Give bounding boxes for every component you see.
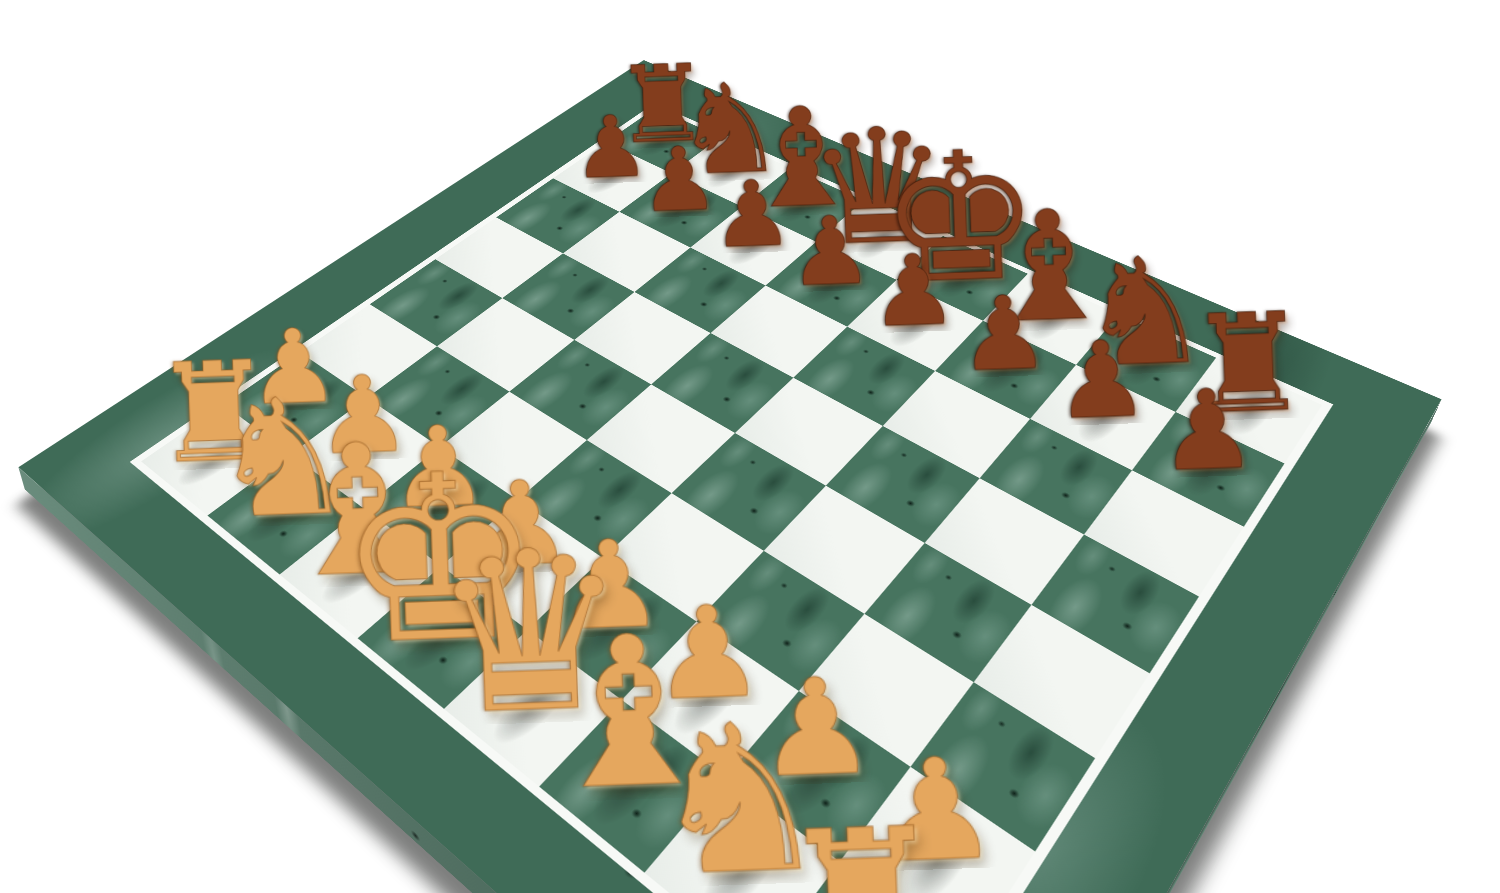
chess-set-photo-scene: ♜♞♝♛♚♝♞♟♜♟♟♟♟♟♟♟♟♟♟♟♟♟♟♜♟♞♝♚♛♝♞♜ — [0, 0, 1500, 893]
board-perspective-wrap: ♜♞♝♛♚♝♞♟♜♟♟♟♟♟♟♟♟♟♟♟♟♟♟♜♟♞♝♚♛♝♞♜ — [0, 0, 1500, 893]
chess-board: ♜♞♝♛♚♝♞♟♜♟♟♟♟♟♟♟♟♟♟♟♟♟♟♜♟♞♝♚♛♝♞♜ — [18, 60, 1441, 893]
rook-glyph: ♜ — [705, 798, 1020, 893]
